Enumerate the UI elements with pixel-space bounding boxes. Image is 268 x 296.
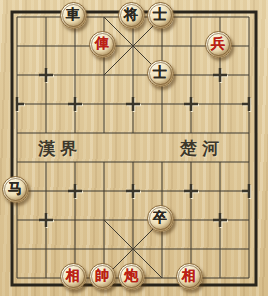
red-soldier-glyph: 兵 bbox=[206, 32, 231, 57]
piece-red-elephant-2[interactable]: 相 bbox=[176, 263, 203, 290]
black-advisor-glyph: 士 bbox=[148, 3, 173, 28]
piece-black-advisor-2[interactable]: 士 bbox=[147, 60, 174, 87]
piece-black-chariot[interactable]: 車 bbox=[60, 2, 87, 29]
piece-black-soldier[interactable]: 卒 bbox=[147, 205, 174, 232]
piece-red-soldier[interactable]: 兵 bbox=[205, 31, 232, 58]
red-general-glyph: 帥 bbox=[90, 264, 115, 289]
piece-red-chariot[interactable]: 俥 bbox=[89, 31, 116, 58]
black-chariot-glyph: 車 bbox=[61, 3, 86, 28]
piece-black-advisor-1[interactable]: 士 bbox=[147, 2, 174, 29]
black-general-glyph: 将 bbox=[119, 3, 144, 28]
xiangqi-board: 漢界 楚河 車将士俥兵士马卒相帥炮相 bbox=[0, 0, 268, 296]
piece-red-cannon[interactable]: 炮 bbox=[118, 263, 145, 290]
black-soldier-glyph: 卒 bbox=[148, 206, 173, 231]
piece-red-general[interactable]: 帥 bbox=[89, 263, 116, 290]
piece-black-horse[interactable]: 马 bbox=[2, 176, 29, 203]
black-advisor-glyph: 士 bbox=[148, 61, 173, 86]
red-elephant-glyph: 相 bbox=[177, 264, 202, 289]
piece-black-general[interactable]: 将 bbox=[118, 2, 145, 29]
piece-red-elephant-1[interactable]: 相 bbox=[60, 263, 87, 290]
red-elephant-glyph: 相 bbox=[61, 264, 86, 289]
red-chariot-glyph: 俥 bbox=[90, 32, 115, 57]
black-horse-glyph: 马 bbox=[3, 177, 28, 202]
board-intersections-grid[interactable]: 車将士俥兵士马卒相帥炮相 bbox=[3, 3, 264, 293]
red-cannon-glyph: 炮 bbox=[119, 264, 144, 289]
